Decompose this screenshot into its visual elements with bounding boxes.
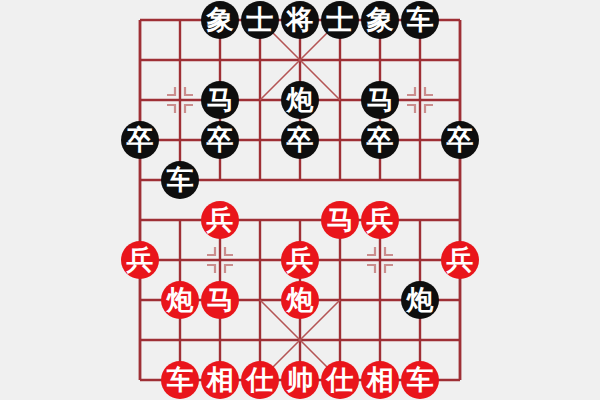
board-point-3-2[interactable]: [240, 80, 280, 120]
board-point-3-6[interactable]: [240, 240, 280, 280]
board-point-3-1[interactable]: [240, 40, 280, 80]
board-point-2-9[interactable]: 相: [200, 360, 240, 400]
red-elephant[interactable]: 相: [201, 361, 239, 399]
board-point-1-2[interactable]: [160, 80, 200, 120]
board-point-1-5[interactable]: [160, 200, 200, 240]
board-point-5-2[interactable]: [320, 80, 360, 120]
board-point-5-0[interactable]: 士: [320, 0, 360, 40]
red-soldier[interactable]: 兵: [441, 241, 479, 279]
board-point-4-6[interactable]: 兵: [280, 240, 320, 280]
xiangqi-screen: 象士将士象车马炮马卒卒卒卒卒车兵马兵兵兵兵炮马炮炮车相仕帅仕相车: [0, 0, 600, 400]
board-point-2-2[interactable]: 马: [200, 80, 240, 120]
board-point-2-3[interactable]: 卒: [200, 120, 240, 160]
red-soldier[interactable]: 兵: [281, 241, 319, 279]
red-horse[interactable]: 马: [201, 281, 239, 319]
board-point-8-2[interactable]: [440, 80, 480, 120]
board-point-4-2[interactable]: 炮: [280, 80, 320, 120]
board-point-2-5[interactable]: 兵: [200, 200, 240, 240]
red-elephant[interactable]: 相: [361, 361, 399, 399]
red-rook[interactable]: 车: [401, 361, 439, 399]
board-point-5-5[interactable]: 马: [320, 200, 360, 240]
board-point-2-1[interactable]: [200, 40, 240, 80]
board-point-4-9[interactable]: 帅: [280, 360, 320, 400]
black-advisor[interactable]: 士: [241, 1, 279, 39]
board-point-0-9[interactable]: [120, 360, 160, 400]
board-point-2-7[interactable]: 马: [200, 280, 240, 320]
board-point-1-0[interactable]: [160, 0, 200, 40]
board-point-0-0[interactable]: [120, 0, 160, 40]
board-point-0-2[interactable]: [120, 80, 160, 120]
red-advisor[interactable]: 仕: [241, 361, 279, 399]
board-point-3-4[interactable]: [240, 160, 280, 200]
board-point-0-3[interactable]: 卒: [120, 120, 160, 160]
red-horse[interactable]: 马: [321, 201, 359, 239]
board-point-4-5[interactable]: [280, 200, 320, 240]
black-general[interactable]: 将: [281, 1, 319, 39]
black-cannon[interactable]: 炮: [401, 281, 439, 319]
board-point-1-4[interactable]: 车: [160, 160, 200, 200]
board-point-8-5[interactable]: [440, 200, 480, 240]
red-advisor[interactable]: 仕: [321, 361, 359, 399]
board-point-5-7[interactable]: [320, 280, 360, 320]
board-point-5-1[interactable]: [320, 40, 360, 80]
board-point-6-6[interactable]: [360, 240, 400, 280]
board-point-1-7[interactable]: 炮: [160, 280, 200, 320]
board-point-1-8[interactable]: [160, 320, 200, 360]
board-point-4-8[interactable]: [280, 320, 320, 360]
board-point-1-1[interactable]: [160, 40, 200, 80]
board-point-6-2[interactable]: 马: [360, 80, 400, 120]
board-point-0-1[interactable]: [120, 40, 160, 80]
black-soldier[interactable]: 卒: [201, 121, 239, 159]
board-point-8-7[interactable]: [440, 280, 480, 320]
board-point-6-3[interactable]: 卒: [360, 120, 400, 160]
board-point-3-3[interactable]: [240, 120, 280, 160]
board-point-4-0[interactable]: 将: [280, 0, 320, 40]
board-point-5-8[interactable]: [320, 320, 360, 360]
board-point-0-5[interactable]: [120, 200, 160, 240]
board-point-7-2[interactable]: [400, 80, 440, 120]
black-horse[interactable]: 马: [201, 81, 239, 119]
board-point-3-0[interactable]: 士: [240, 0, 280, 40]
board-point-2-0[interactable]: 象: [200, 0, 240, 40]
board-point-6-9[interactable]: 相: [360, 360, 400, 400]
board-point-8-1[interactable]: [440, 40, 480, 80]
board-point-8-0[interactable]: [440, 0, 480, 40]
board-point-6-8[interactable]: [360, 320, 400, 360]
board-point-7-4[interactable]: [400, 160, 440, 200]
board-point-8-4[interactable]: [440, 160, 480, 200]
red-soldier[interactable]: 兵: [121, 241, 159, 279]
board-point-0-4[interactable]: [120, 160, 160, 200]
board-point-8-8[interactable]: [440, 320, 480, 360]
board-point-7-7[interactable]: 炮: [400, 280, 440, 320]
board-point-6-5[interactable]: 兵: [360, 200, 400, 240]
black-soldier[interactable]: 卒: [121, 121, 159, 159]
black-soldier[interactable]: 卒: [361, 121, 399, 159]
board-point-6-7[interactable]: [360, 280, 400, 320]
board-point-5-3[interactable]: [320, 120, 360, 160]
black-advisor[interactable]: 士: [321, 1, 359, 39]
red-cannon[interactable]: 炮: [161, 281, 199, 319]
board-point-0-7[interactable]: [120, 280, 160, 320]
black-rook[interactable]: 车: [401, 1, 439, 39]
board-point-1-3[interactable]: [160, 120, 200, 160]
black-rook[interactable]: 车: [161, 161, 199, 199]
red-rook[interactable]: 车: [161, 361, 199, 399]
black-soldier[interactable]: 卒: [281, 121, 319, 159]
board-point-3-5[interactable]: [240, 200, 280, 240]
board-point-7-0[interactable]: 车: [400, 0, 440, 40]
board-point-7-8[interactable]: [400, 320, 440, 360]
board-point-3-8[interactable]: [240, 320, 280, 360]
board-point-1-9[interactable]: 车: [160, 360, 200, 400]
board-grid: 象士将士象车马炮马卒卒卒卒卒车兵马兵兵兵兵炮马炮炮车相仕帅仕相车: [120, 0, 480, 400]
red-general[interactable]: 帅: [281, 361, 319, 399]
board-point-6-1[interactable]: [360, 40, 400, 80]
board-point-4-1[interactable]: [280, 40, 320, 80]
xiangqi-board: 象士将士象车马炮马卒卒卒卒卒车兵马兵兵兵兵炮马炮炮车相仕帅仕相车: [120, 0, 480, 400]
board-point-4-7[interactable]: 炮: [280, 280, 320, 320]
black-elephant[interactable]: 象: [201, 1, 239, 39]
board-point-7-3[interactable]: [400, 120, 440, 160]
black-horse[interactable]: 马: [361, 81, 399, 119]
board-point-0-8[interactable]: [120, 320, 160, 360]
board-point-2-6[interactable]: [200, 240, 240, 280]
board-point-7-5[interactable]: [400, 200, 440, 240]
board-point-5-4[interactable]: [320, 160, 360, 200]
board-point-6-4[interactable]: [360, 160, 400, 200]
board-point-6-0[interactable]: 象: [360, 0, 400, 40]
board-point-1-6[interactable]: [160, 240, 200, 280]
board-point-8-9[interactable]: [440, 360, 480, 400]
board-point-8-6[interactable]: 兵: [440, 240, 480, 280]
black-elephant[interactable]: 象: [361, 1, 399, 39]
board-point-3-9[interactable]: 仕: [240, 360, 280, 400]
board-point-2-8[interactable]: [200, 320, 240, 360]
red-soldier[interactable]: 兵: [201, 201, 239, 239]
red-cannon[interactable]: 炮: [281, 281, 319, 319]
board-point-5-6[interactable]: [320, 240, 360, 280]
red-soldier[interactable]: 兵: [361, 201, 399, 239]
board-point-4-4[interactable]: [280, 160, 320, 200]
board-point-7-6[interactable]: [400, 240, 440, 280]
board-point-8-3[interactable]: 卒: [440, 120, 480, 160]
black-cannon[interactable]: 炮: [281, 81, 319, 119]
board-point-2-4[interactable]: [200, 160, 240, 200]
board-point-3-7[interactable]: [240, 280, 280, 320]
black-soldier[interactable]: 卒: [441, 121, 479, 159]
board-point-4-3[interactable]: 卒: [280, 120, 320, 160]
board-point-5-9[interactable]: 仕: [320, 360, 360, 400]
board-point-0-6[interactable]: 兵: [120, 240, 160, 280]
board-point-7-9[interactable]: 车: [400, 360, 440, 400]
board-point-7-1[interactable]: [400, 40, 440, 80]
